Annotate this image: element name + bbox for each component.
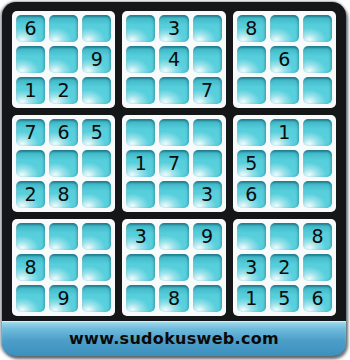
box-7: 89 xyxy=(12,219,115,316)
cell-r6c3[interactable] xyxy=(82,181,111,208)
cell-r6c5[interactable] xyxy=(159,181,188,208)
cell-r9c5[interactable]: 8 xyxy=(159,285,188,312)
cell-r6c1[interactable]: 2 xyxy=(16,181,45,208)
cell-r5c9[interactable] xyxy=(303,150,332,177)
cell-r1c2[interactable] xyxy=(49,15,78,42)
cell-r9c9[interactable]: 6 xyxy=(303,285,332,312)
cell-r9c8[interactable]: 5 xyxy=(270,285,299,312)
cell-r1c8[interactable] xyxy=(270,15,299,42)
cell-r2c9[interactable] xyxy=(303,46,332,73)
cell-r5c6[interactable] xyxy=(193,150,222,177)
cell-r2c3[interactable]: 9 xyxy=(82,46,111,73)
cell-r9c3[interactable] xyxy=(82,285,111,312)
footer-bar: www.sudokusweb.com xyxy=(2,321,346,356)
cell-r6c4[interactable] xyxy=(126,181,155,208)
cell-r7c1[interactable] xyxy=(16,223,45,250)
cell-r7c8[interactable] xyxy=(270,223,299,250)
cell-r4c3[interactable]: 5 xyxy=(82,119,111,146)
cell-r3c4[interactable] xyxy=(126,77,155,104)
box-5: 173 xyxy=(122,115,225,212)
cell-r5c1[interactable] xyxy=(16,150,45,177)
cell-r5c3[interactable] xyxy=(82,150,111,177)
cell-r4c5[interactable] xyxy=(159,119,188,146)
cell-r7c3[interactable] xyxy=(82,223,111,250)
cell-r8c9[interactable] xyxy=(303,254,332,281)
cell-r6c8[interactable] xyxy=(270,181,299,208)
cell-r6c9[interactable] xyxy=(303,181,332,208)
box-6: 156 xyxy=(233,115,336,212)
sudoku-puzzle-image: 6912347867652817315689398832156 www.sudo… xyxy=(0,0,350,360)
cell-r6c6[interactable]: 3 xyxy=(193,181,222,208)
cell-r5c5[interactable]: 7 xyxy=(159,150,188,177)
cell-r2c8[interactable]: 6 xyxy=(270,46,299,73)
cell-r8c7[interactable]: 3 xyxy=(237,254,266,281)
sudoku-board: 6912347867652817315689398832156 xyxy=(2,2,346,321)
cell-r1c5[interactable]: 3 xyxy=(159,15,188,42)
cell-r1c1[interactable]: 6 xyxy=(16,15,45,42)
cell-r6c7[interactable]: 6 xyxy=(237,181,266,208)
cell-r4c6[interactable] xyxy=(193,119,222,146)
cell-r3c7[interactable] xyxy=(237,77,266,104)
cell-r7c7[interactable] xyxy=(237,223,266,250)
cell-r3c2[interactable]: 2 xyxy=(49,77,78,104)
cell-r6c2[interactable]: 8 xyxy=(49,181,78,208)
cell-r1c7[interactable]: 8 xyxy=(237,15,266,42)
cell-r4c8[interactable]: 1 xyxy=(270,119,299,146)
box-1: 6912 xyxy=(12,11,115,108)
cell-r7c6[interactable]: 9 xyxy=(193,223,222,250)
cell-r5c4[interactable]: 1 xyxy=(126,150,155,177)
cell-r1c4[interactable] xyxy=(126,15,155,42)
cell-r2c1[interactable] xyxy=(16,46,45,73)
cell-r9c4[interactable] xyxy=(126,285,155,312)
cell-r3c8[interactable] xyxy=(270,77,299,104)
cell-r7c4[interactable]: 3 xyxy=(126,223,155,250)
cell-r8c3[interactable] xyxy=(82,254,111,281)
cell-r5c8[interactable] xyxy=(270,150,299,177)
cell-r9c7[interactable]: 1 xyxy=(237,285,266,312)
board-frame: 6912347867652817315689398832156 www.sudo… xyxy=(2,2,346,356)
cell-r1c3[interactable] xyxy=(82,15,111,42)
cell-r9c2[interactable]: 9 xyxy=(49,285,78,312)
cell-r4c9[interactable] xyxy=(303,119,332,146)
cell-r2c6[interactable] xyxy=(193,46,222,73)
cell-r7c5[interactable] xyxy=(159,223,188,250)
cell-r4c1[interactable]: 7 xyxy=(16,119,45,146)
cell-r8c8[interactable]: 2 xyxy=(270,254,299,281)
cell-r4c4[interactable] xyxy=(126,119,155,146)
cell-r9c1[interactable] xyxy=(16,285,45,312)
cell-r2c4[interactable] xyxy=(126,46,155,73)
box-9: 832156 xyxy=(233,219,336,316)
box-2: 347 xyxy=(122,11,225,108)
cell-r3c9[interactable] xyxy=(303,77,332,104)
box-3: 86 xyxy=(233,11,336,108)
cell-r5c2[interactable] xyxy=(49,150,78,177)
cell-r3c3[interactable] xyxy=(82,77,111,104)
cell-r1c9[interactable] xyxy=(303,15,332,42)
cell-r5c7[interactable]: 5 xyxy=(237,150,266,177)
cell-r2c5[interactable]: 4 xyxy=(159,46,188,73)
box-4: 76528 xyxy=(12,115,115,212)
cell-r3c5[interactable] xyxy=(159,77,188,104)
cell-r8c2[interactable] xyxy=(49,254,78,281)
box-8: 398 xyxy=(122,219,225,316)
cell-r7c9[interactable]: 8 xyxy=(303,223,332,250)
cell-r2c2[interactable] xyxy=(49,46,78,73)
cell-r9c6[interactable] xyxy=(193,285,222,312)
cell-r8c4[interactable] xyxy=(126,254,155,281)
cell-r3c6[interactable]: 7 xyxy=(193,77,222,104)
cell-r8c5[interactable] xyxy=(159,254,188,281)
cell-r3c1[interactable]: 1 xyxy=(16,77,45,104)
cell-r8c6[interactable] xyxy=(193,254,222,281)
cell-r4c7[interactable] xyxy=(237,119,266,146)
cell-r8c1[interactable]: 8 xyxy=(16,254,45,281)
cell-r1c6[interactable] xyxy=(193,15,222,42)
cell-r4c2[interactable]: 6 xyxy=(49,119,78,146)
cell-r2c7[interactable] xyxy=(237,46,266,73)
cell-r7c2[interactable] xyxy=(49,223,78,250)
site-url[interactable]: www.sudokusweb.com xyxy=(69,329,279,348)
